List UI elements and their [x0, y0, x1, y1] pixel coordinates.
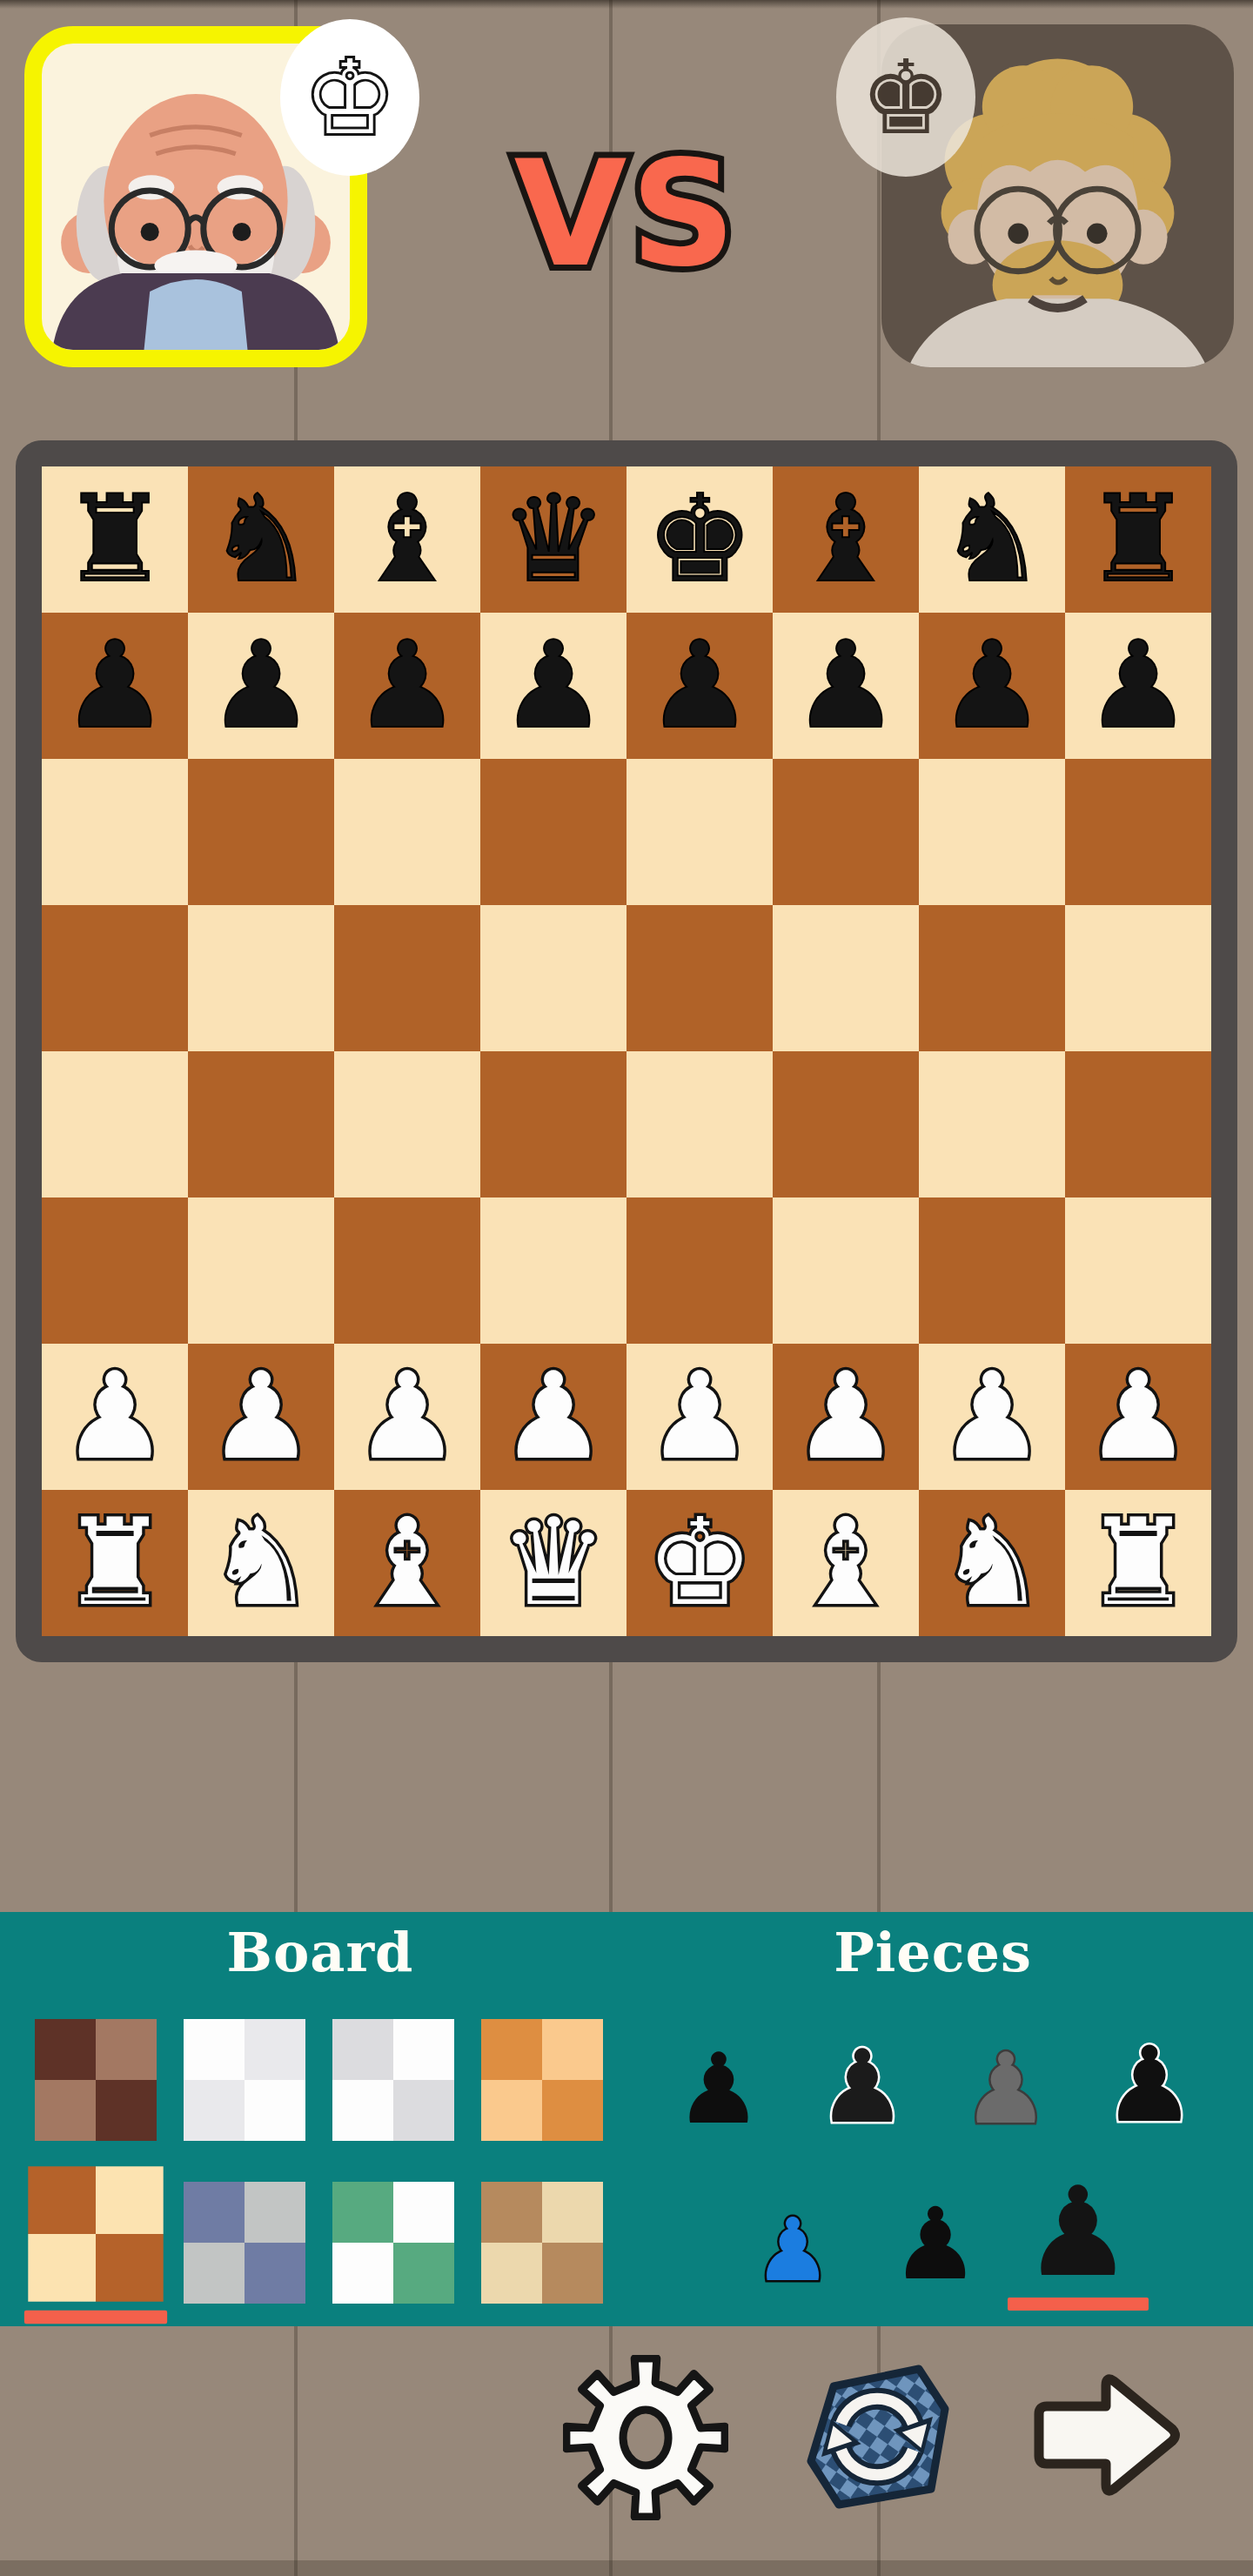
customization-panel: Board Pieces ♟♟♟♟ ♟♟♟ [0, 1912, 1253, 2326]
square-a2[interactable]: ♟ [42, 1344, 188, 1490]
square-h6[interactable] [1065, 759, 1211, 905]
board-theme-brown-cream[interactable] [28, 2166, 163, 2301]
piece-black-pawn: ♟ [1084, 626, 1192, 746]
square-d1[interactable]: ♛ [480, 1490, 626, 1636]
board-theme-white-gray[interactable] [184, 2019, 305, 2141]
piece-black-knight: ♞ [207, 480, 315, 600]
piece-black-rook: ♜ [61, 480, 169, 600]
square-f5[interactable] [773, 905, 919, 1051]
board-theme-row-2 [35, 2182, 603, 2304]
square-h7[interactable]: ♟ [1065, 613, 1211, 759]
square-c8[interactable]: ♝ [334, 466, 480, 613]
piece-style-row-1: ♟♟♟♟ [658, 2030, 1210, 2135]
cartoon-black-pawn-icon: ♟ [1022, 2174, 1133, 2291]
flat-black-pawn-icon: ♟ [675, 2043, 762, 2135]
piece-style-ornate-outline-black-pawn[interactable]: ♟ [1089, 2036, 1210, 2135]
square-a6[interactable] [42, 759, 188, 905]
square-h4[interactable] [1065, 1051, 1211, 1197]
piece-black-pawn: ♟ [792, 626, 900, 746]
square-g1[interactable]: ♞ [919, 1490, 1065, 1636]
square-g3[interactable] [919, 1197, 1065, 1344]
square-d5[interactable] [480, 905, 626, 1051]
square-c5[interactable] [334, 905, 480, 1051]
square-f6[interactable] [773, 759, 919, 905]
board-theme-dark-brown[interactable] [35, 2019, 157, 2141]
piece-white-pawn: ♟ [792, 1357, 900, 1477]
square-h2[interactable]: ♟ [1065, 1344, 1211, 1490]
piece-white-knight: ♞ [938, 1503, 1046, 1623]
rotate-board-icon [799, 2357, 955, 2517]
square-c1[interactable]: ♝ [334, 1490, 480, 1636]
square-g6[interactable] [919, 759, 1065, 905]
piece-black-pawn: ♟ [353, 626, 461, 746]
board-theme-row-1 [35, 2019, 603, 2141]
square-h3[interactable] [1065, 1197, 1211, 1344]
piece-white-queen: ♛ [499, 1503, 607, 1623]
square-a5[interactable] [42, 905, 188, 1051]
square-d7[interactable]: ♟ [480, 613, 626, 759]
piece-white-pawn: ♟ [499, 1357, 607, 1477]
piece-white-rook: ♜ [1084, 1503, 1192, 1623]
square-c6[interactable] [334, 759, 480, 905]
square-b8[interactable]: ♞ [188, 466, 334, 613]
piece-white-pawn: ♟ [646, 1357, 754, 1477]
square-f3[interactable] [773, 1197, 919, 1344]
square-a3[interactable] [42, 1197, 188, 1344]
square-f8[interactable]: ♝ [773, 466, 919, 613]
square-g7[interactable]: ♟ [919, 613, 1065, 759]
square-b3[interactable] [188, 1197, 334, 1344]
piece-white-pawn: ♟ [207, 1357, 315, 1477]
square-d6[interactable] [480, 759, 626, 905]
piece-black-bishop: ♝ [792, 480, 900, 600]
square-e5[interactable] [626, 905, 773, 1051]
piece-black-pawn: ♟ [61, 626, 169, 746]
top-shade [0, 0, 1253, 9]
square-f4[interactable] [773, 1051, 919, 1197]
square-g4[interactable] [919, 1051, 1065, 1197]
piece-black-pawn: ♟ [938, 626, 1046, 746]
square-g2[interactable]: ♟ [919, 1344, 1065, 1490]
piece-white-pawn: ♟ [61, 1357, 169, 1477]
square-a7[interactable]: ♟ [42, 613, 188, 759]
square-a1[interactable]: ♜ [42, 1490, 188, 1636]
square-f1[interactable]: ♝ [773, 1490, 919, 1636]
square-d8[interactable]: ♛ [480, 466, 626, 613]
piece-style-white-outline-black-pawn[interactable]: ♟ [801, 2039, 923, 2135]
piece-white-bishop: ♝ [792, 1503, 900, 1623]
white-king-icon: ♚ [304, 46, 396, 149]
vs-label: VS [513, 141, 739, 287]
piece-white-pawn: ♟ [938, 1357, 1046, 1477]
piece-white-bishop: ♝ [353, 1503, 461, 1623]
round-black-pawn-icon: ♟ [891, 2197, 980, 2291]
piece-white-knight: ♞ [207, 1503, 315, 1623]
square-d2[interactable]: ♟ [480, 1344, 626, 1490]
white-side-badge: ♚ [280, 19, 419, 176]
ornate-outline-black-pawn-icon: ♟ [1102, 2036, 1196, 2135]
square-a8[interactable]: ♜ [42, 466, 188, 613]
square-c2[interactable]: ♟ [334, 1344, 480, 1490]
square-b2[interactable]: ♟ [188, 1344, 334, 1490]
square-e7[interactable]: ♟ [626, 613, 773, 759]
square-g8[interactable]: ♞ [919, 466, 1065, 613]
app-background: ♚ VS ♚ ♜♞♝♛ [0, 0, 1253, 2576]
board-theme-orange-peach[interactable] [481, 2019, 603, 2141]
board-theme-gray-white[interactable] [332, 2019, 454, 2141]
black-king-icon: ♚ [860, 46, 952, 149]
piece-black-bishop: ♝ [353, 480, 461, 600]
square-b5[interactable] [188, 905, 334, 1051]
piece-black-queen: ♛ [499, 480, 607, 600]
piece-style-flat-black-pawn[interactable]: ♟ [658, 2043, 780, 2135]
square-e6[interactable] [626, 759, 773, 905]
piece-style-round-black-pawn[interactable]: ♟ [870, 2197, 1001, 2291]
square-c7[interactable]: ♟ [334, 613, 480, 759]
piece-white-pawn: ♟ [353, 1357, 461, 1477]
board-theme-slate-blue-gray[interactable] [184, 2182, 305, 2304]
square-d3[interactable] [480, 1197, 626, 1344]
square-h1[interactable]: ♜ [1065, 1490, 1211, 1636]
white-outline-black-pawn-icon: ♟ [817, 2039, 908, 2135]
blue-flat-pawn-icon: ♟ [754, 2209, 832, 2291]
piece-black-pawn: ♟ [499, 626, 607, 746]
piece-black-pawn: ♟ [646, 626, 754, 746]
square-e4[interactable] [626, 1051, 773, 1197]
board-section-title: Board [227, 1921, 414, 1984]
square-g5[interactable] [919, 905, 1065, 1051]
arrow-right-icon [1025, 2365, 1182, 2508]
continue-button[interactable] [1025, 2365, 1182, 2508]
piece-style-cartoon-black-pawn[interactable]: ♟ [1013, 2174, 1143, 2291]
board-grid: ♜♞♝♛♚♝♞♜♟♟♟♟♟♟♟♟♟♟♟♟♟♟♟♟♜♞♝♛♚♝♞♜ [42, 466, 1211, 1636]
piece-black-pawn: ♟ [207, 626, 315, 746]
square-e8[interactable]: ♚ [626, 466, 773, 613]
square-f2[interactable]: ♟ [773, 1344, 919, 1490]
piece-style-blue-flat-pawn[interactable]: ♟ [727, 2209, 858, 2291]
piece-white-rook: ♜ [61, 1503, 169, 1623]
pieces-section-title: Pieces [834, 1921, 1032, 1984]
square-c4[interactable] [334, 1051, 480, 1197]
square-e2[interactable]: ♟ [626, 1344, 773, 1490]
piece-style-metal-gray-pawn[interactable]: ♟ [945, 2043, 1067, 2135]
piece-style-row-2: ♟♟♟ [727, 2161, 1143, 2291]
square-b7[interactable]: ♟ [188, 613, 334, 759]
square-f7[interactable]: ♟ [773, 613, 919, 759]
square-b6[interactable] [188, 759, 334, 905]
board-theme-green-white[interactable] [332, 2182, 454, 2304]
wood-seam [0, 2560, 1253, 2576]
square-h5[interactable] [1065, 905, 1211, 1051]
flip-board-button[interactable] [799, 2357, 955, 2517]
square-e1[interactable]: ♚ [626, 1490, 773, 1636]
metal-gray-pawn-icon: ♟ [962, 2043, 1049, 2135]
square-b4[interactable] [188, 1051, 334, 1197]
chess-board: ♜♞♝♛♚♝♞♜♟♟♟♟♟♟♟♟♟♟♟♟♟♟♟♟♜♞♝♛♚♝♞♜ [16, 440, 1237, 1662]
piece-black-knight: ♞ [938, 480, 1046, 600]
black-side-badge: ♚ [836, 17, 975, 177]
gear-icon [563, 2355, 728, 2520]
square-e3[interactable] [626, 1197, 773, 1344]
square-b1[interactable]: ♞ [188, 1490, 334, 1636]
square-d4[interactable] [480, 1051, 626, 1197]
piece-white-pawn: ♟ [1084, 1357, 1192, 1477]
square-h8[interactable]: ♜ [1065, 466, 1211, 613]
square-c3[interactable] [334, 1197, 480, 1344]
board-theme-wood-tan-beige[interactable] [481, 2182, 603, 2304]
settings-button[interactable] [563, 2355, 728, 2520]
piece-black-rook: ♜ [1084, 480, 1192, 600]
square-a4[interactable] [42, 1051, 188, 1197]
piece-white-king: ♚ [646, 1503, 754, 1623]
piece-black-king: ♚ [646, 480, 754, 600]
